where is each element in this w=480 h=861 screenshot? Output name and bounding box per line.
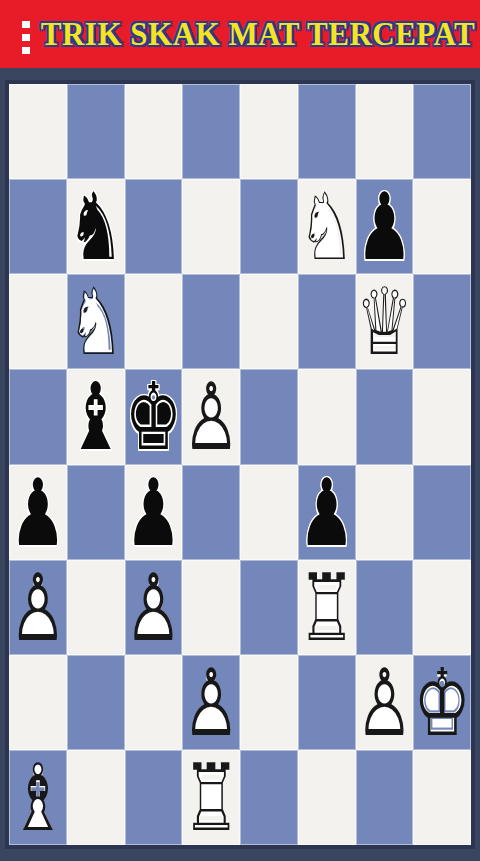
kebab-menu-icon[interactable] xyxy=(22,21,30,54)
square-h7[interactable] xyxy=(413,179,471,274)
square-e2[interactable] xyxy=(240,655,298,750)
square-a8[interactable] xyxy=(9,84,67,179)
square-e1[interactable] xyxy=(240,750,298,845)
square-e5[interactable] xyxy=(240,369,298,464)
piece-outline: ♗ xyxy=(9,728,67,861)
white-rook[interactable]: ♜♖ xyxy=(182,728,240,861)
square-e3[interactable] xyxy=(240,560,298,655)
square-d4[interactable] xyxy=(182,465,240,560)
square-c3[interactable]: ♟♙ xyxy=(125,560,183,655)
square-e6[interactable] xyxy=(240,274,298,369)
square-a7[interactable] xyxy=(9,179,67,274)
square-e4[interactable] xyxy=(240,465,298,560)
piece-outline: ♖ xyxy=(182,728,240,861)
square-h2[interactable]: ♚♔ xyxy=(413,655,471,750)
menu-dot xyxy=(22,34,30,41)
square-g2[interactable]: ♟♙ xyxy=(356,655,414,750)
square-b4[interactable] xyxy=(67,465,125,560)
square-e7[interactable] xyxy=(240,179,298,274)
square-f2[interactable] xyxy=(298,655,356,750)
square-h8[interactable] xyxy=(413,84,471,179)
square-d5[interactable]: ♟♙ xyxy=(182,369,240,464)
square-c1[interactable] xyxy=(125,750,183,845)
square-g4[interactable] xyxy=(356,465,414,560)
app-screen: TRIK SKAK MAT TERCEPAT ♞♞♘♟♞♘♛♕♝♚♟♙♟♟♟♟♙… xyxy=(0,0,480,861)
square-g1[interactable] xyxy=(356,750,414,845)
square-b3[interactable] xyxy=(67,560,125,655)
square-g6[interactable]: ♛♕ xyxy=(356,274,414,369)
square-d1[interactable]: ♜♖ xyxy=(182,750,240,845)
square-h6[interactable] xyxy=(413,274,471,369)
app-header: TRIK SKAK MAT TERCEPAT xyxy=(0,0,480,68)
square-f1[interactable] xyxy=(298,750,356,845)
square-c7[interactable] xyxy=(125,179,183,274)
page-title: TRIK SKAK MAT TERCEPAT xyxy=(46,0,470,71)
square-f6[interactable] xyxy=(298,274,356,369)
square-c2[interactable] xyxy=(125,655,183,750)
square-f7[interactable]: ♞♘ xyxy=(298,179,356,274)
square-b5[interactable]: ♝ xyxy=(67,369,125,464)
square-b2[interactable] xyxy=(67,655,125,750)
square-h1[interactable] xyxy=(413,750,471,845)
square-a3[interactable]: ♟♙ xyxy=(9,560,67,655)
menu-dot xyxy=(22,21,30,28)
square-h5[interactable] xyxy=(413,369,471,464)
square-d7[interactable] xyxy=(182,179,240,274)
white-bishop[interactable]: ♝♗ xyxy=(9,728,67,861)
square-g5[interactable] xyxy=(356,369,414,464)
square-f3[interactable]: ♜♖ xyxy=(298,560,356,655)
square-h4[interactable] xyxy=(413,465,471,560)
menu-dot xyxy=(22,47,30,54)
chess-board: ♞♞♘♟♞♘♛♕♝♚♟♙♟♟♟♟♙♟♙♜♖♟♙♟♙♚♔♝♗♜♖ xyxy=(9,84,471,845)
square-a1[interactable]: ♝♗ xyxy=(9,750,67,845)
square-d8[interactable] xyxy=(182,84,240,179)
square-e8[interactable] xyxy=(240,84,298,179)
square-a6[interactable] xyxy=(9,274,67,369)
square-b1[interactable] xyxy=(67,750,125,845)
square-c8[interactable] xyxy=(125,84,183,179)
